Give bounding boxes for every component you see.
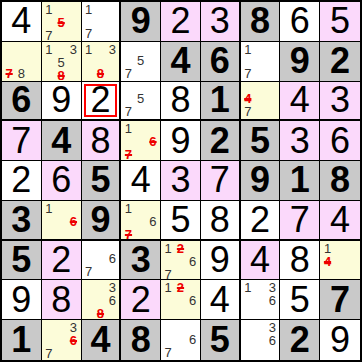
candidate: 1 xyxy=(43,3,55,16)
cell-r3c9[interactable]: 3 xyxy=(320,82,360,122)
solved-digit: 5 xyxy=(170,202,190,238)
cell-r3c4[interactable]: 57 xyxy=(121,82,161,122)
cell-r3c6[interactable]: 1 xyxy=(201,82,241,122)
cell-r3c3[interactable]: 2 xyxy=(82,82,122,122)
solved-digit: 9 xyxy=(51,82,71,118)
cell-r1c1[interactable]: 4 xyxy=(2,2,42,42)
cell-r8c2[interactable]: 8 xyxy=(42,280,82,320)
cell-r2c8[interactable]: 9 xyxy=(280,42,320,82)
solved-digit: 6 xyxy=(51,162,71,198)
eliminated-candidate: 7 xyxy=(122,148,134,161)
given-digit: 1 xyxy=(11,322,31,358)
cell-r1c2[interactable]: 175 xyxy=(42,2,82,42)
cell-r9c6[interactable]: 5 xyxy=(201,320,241,360)
cell-r4c4[interactable]: 167 xyxy=(121,121,161,161)
solved-digit: 5 xyxy=(330,3,350,39)
candidate: 7 xyxy=(43,347,55,360)
cell-r6c1[interactable]: 3 xyxy=(2,201,42,241)
cell-r2c4[interactable]: 57 xyxy=(121,42,161,82)
cell-r5c6[interactable]: 7 xyxy=(201,161,241,201)
given-digit: 8 xyxy=(330,162,350,198)
solved-digit: 6 xyxy=(290,3,310,39)
candidate: 7 xyxy=(162,268,174,281)
cell-r5c8[interactable]: 1 xyxy=(280,161,320,201)
given-digit: 2 xyxy=(290,322,310,358)
eliminated-candidate: 5 xyxy=(55,16,67,29)
solved-digit: 8 xyxy=(170,82,190,118)
cell-r9c1[interactable]: 1 xyxy=(2,320,42,360)
given-digit: 6 xyxy=(11,82,31,118)
cell-r9c4[interactable]: 8 xyxy=(121,320,161,360)
candidate: 5 xyxy=(135,92,147,105)
cell-r7c1[interactable]: 5 xyxy=(2,241,42,281)
eliminated-candidate: 8 xyxy=(94,307,106,320)
cell-r4c7[interactable]: 5 xyxy=(241,121,281,161)
cell-r2c3[interactable]: 138 xyxy=(82,42,122,82)
candidate: 1 xyxy=(321,242,334,255)
cell-r7c2[interactable]: 2 xyxy=(42,241,82,281)
solved-digit: 3 xyxy=(170,162,190,198)
pencil-marks: 175 xyxy=(43,3,80,40)
candidate: 1 xyxy=(83,3,95,16)
pencil-marks: 67 xyxy=(83,242,119,279)
cell-r2c5[interactable]: 4 xyxy=(161,42,201,82)
cell-r1c4[interactable]: 9 xyxy=(121,2,161,42)
cell-r7c5[interactable]: 1672 xyxy=(161,241,201,281)
cell-r1c9[interactable]: 5 xyxy=(320,2,360,42)
solved-digit: 5 xyxy=(290,282,310,318)
cell-r9c9[interactable]: 9 xyxy=(320,320,360,360)
cell-r3c1[interactable]: 6 xyxy=(2,82,42,122)
solved-digit: 9 xyxy=(330,322,350,358)
cell-r8c3[interactable]: 368 xyxy=(82,280,122,320)
solved-digit: 8 xyxy=(51,282,71,318)
given-digit: 8 xyxy=(131,322,151,358)
candidate: 3 xyxy=(67,43,79,56)
candidate: 6 xyxy=(266,294,278,307)
cell-r5c4[interactable]: 4 xyxy=(121,161,161,201)
eliminated-candidate: 4 xyxy=(321,255,334,268)
solved-digit: 9 xyxy=(170,123,190,159)
candidate: 7 xyxy=(122,67,134,80)
solved-digit: 4 xyxy=(250,242,270,278)
solved-digit: 8 xyxy=(90,123,110,159)
cell-r4c5[interactable]: 9 xyxy=(161,121,201,161)
cell-r8c8[interactable]: 5 xyxy=(280,280,320,320)
cell-r8c7[interactable]: 136 xyxy=(241,280,281,320)
pencil-marks: 1672 xyxy=(162,242,199,279)
cell-r2c9[interactable]: 2 xyxy=(320,42,360,82)
cell-r7c8[interactable]: 8 xyxy=(280,241,320,281)
candidate: 6 xyxy=(147,215,159,228)
eliminated-candidate: 2 xyxy=(174,242,186,255)
candidate: 3 xyxy=(266,281,278,294)
cell-r2c2[interactable]: 1358 xyxy=(42,42,82,82)
candidate: 3 xyxy=(106,43,118,56)
candidate: 6 xyxy=(187,255,199,268)
candidate: 7 xyxy=(83,265,95,278)
pencil-marks: 74 xyxy=(242,83,279,119)
cell-r1c5[interactable]: 2 xyxy=(161,2,201,42)
given-digit: 9 xyxy=(290,43,310,79)
cell-r6c8[interactable]: 7 xyxy=(280,201,320,241)
cell-r6c3[interactable]: 9 xyxy=(82,201,122,241)
given-digit: 9 xyxy=(90,202,110,238)
solved-digit: 7 xyxy=(290,202,310,238)
eliminated-candidate: 4 xyxy=(242,92,254,105)
candidate: 1 xyxy=(122,202,134,215)
cell-r9c2[interactable]: 376 xyxy=(42,320,82,360)
solved-digit: 2 xyxy=(250,202,270,238)
given-digit: 5 xyxy=(90,162,110,198)
candidate: 6 xyxy=(187,333,199,346)
candidate: 6 xyxy=(266,334,278,347)
solved-digit: 8 xyxy=(210,202,230,238)
candidate: 6 xyxy=(106,252,118,265)
candidate: 8 xyxy=(15,67,27,80)
eliminated-candidate: 7 xyxy=(122,228,134,241)
solved-digit: 3 xyxy=(330,82,350,118)
candidate: 7 xyxy=(242,67,254,80)
candidate: 7 xyxy=(242,105,254,118)
pencil-marks: 167 xyxy=(122,122,159,159)
cell-r5c1[interactable]: 2 xyxy=(2,161,42,201)
cell-r7c4[interactable]: 3 xyxy=(121,241,161,281)
solved-digit: 4 xyxy=(330,202,350,238)
given-digit: 8 xyxy=(250,3,270,39)
candidate: 7 xyxy=(162,346,174,359)
cell-r4c2[interactable]: 4 xyxy=(42,121,82,161)
given-digit: 3 xyxy=(11,202,31,238)
cell-r4c6[interactable]: 2 xyxy=(201,121,241,161)
candidate: 3 xyxy=(266,321,278,334)
given-digit: 4 xyxy=(51,123,71,159)
pencil-marks: 17 xyxy=(242,43,279,80)
cell-r8c1[interactable]: 9 xyxy=(2,280,42,320)
given-digit: 5 xyxy=(210,322,230,358)
solved-digit: 2 xyxy=(90,82,110,118)
candidate: 1 xyxy=(43,43,55,56)
pencil-marks: 138 xyxy=(83,43,119,80)
solved-digit: 3 xyxy=(290,123,310,159)
pencil-marks: 16 xyxy=(43,202,80,238)
solved-digit: 7 xyxy=(11,123,31,159)
pencil-marks: 67 xyxy=(162,321,199,359)
given-digit: 1 xyxy=(210,82,230,118)
candidate: 7 xyxy=(83,27,95,40)
given-digit: 4 xyxy=(170,43,190,79)
pencil-marks: 167 xyxy=(122,202,159,238)
cell-r3c5[interactable]: 8 xyxy=(161,82,201,122)
solved-digit: 4 xyxy=(290,82,310,118)
cell-r6c2[interactable]: 16 xyxy=(42,201,82,241)
cell-r4c1[interactable]: 7 xyxy=(2,121,42,161)
cell-r7c6[interactable]: 9 xyxy=(201,241,241,281)
pencil-marks: 1358 xyxy=(43,43,80,80)
eliminated-candidate: 6 xyxy=(147,135,159,148)
cell-r9c5[interactable]: 67 xyxy=(161,320,201,360)
eliminated-candidate: 6 xyxy=(67,215,79,228)
candidate: 1 xyxy=(43,202,55,215)
solved-digit: 9 xyxy=(210,242,230,278)
cell-r1c6[interactable]: 3 xyxy=(201,2,241,42)
solved-digit: 2 xyxy=(170,3,190,39)
solved-digit: 2 xyxy=(11,162,31,198)
candidate: 1 xyxy=(83,43,95,56)
candidate: 7 xyxy=(122,105,134,118)
cell-r5c7[interactable]: 9 xyxy=(241,161,281,201)
cell-r3c7[interactable]: 74 xyxy=(241,82,281,122)
cell-r7c9[interactable]: 14 xyxy=(320,241,360,281)
given-digit: 7 xyxy=(330,282,350,318)
pencil-marks: 57 xyxy=(122,83,159,119)
candidate: 6 xyxy=(106,294,118,307)
candidate: 1 xyxy=(242,281,254,294)
candidate: 5 xyxy=(55,56,67,69)
solved-digit: 3 xyxy=(210,3,230,39)
candidate: 1 xyxy=(162,281,174,294)
candidate: 1 xyxy=(162,242,174,255)
solved-digit: 4 xyxy=(11,3,31,39)
cell-r2c1[interactable]: 87 xyxy=(2,42,42,82)
given-digit: 3 xyxy=(131,242,151,278)
cell-r5c9[interactable]: 8 xyxy=(320,161,360,201)
cell-r1c8[interactable]: 6 xyxy=(280,2,320,42)
sudoku-board: 4175179238658713581385746179269257817443… xyxy=(0,0,362,362)
cell-r4c8[interactable]: 3 xyxy=(280,121,320,161)
solved-digit: 2 xyxy=(131,282,151,318)
candidate: 1 xyxy=(122,122,134,135)
cell-r8c6[interactable]: 4 xyxy=(201,280,241,320)
given-digit: 9 xyxy=(250,162,270,198)
pencil-marks: 376 xyxy=(43,321,80,359)
given-digit: 2 xyxy=(210,123,230,159)
cell-r9c8[interactable]: 2 xyxy=(280,320,320,360)
solved-digit: 6 xyxy=(330,123,350,159)
cell-r6c9[interactable]: 4 xyxy=(320,201,360,241)
cell-r8c4[interactable]: 2 xyxy=(121,280,161,320)
cell-r9c3[interactable]: 4 xyxy=(82,320,122,360)
cell-r6c5[interactable]: 5 xyxy=(161,201,201,241)
given-digit: 2 xyxy=(330,43,350,79)
pencil-marks: 14 xyxy=(321,242,359,279)
cell-r5c5[interactable]: 3 xyxy=(161,161,201,201)
cell-r6c7[interactable]: 2 xyxy=(241,201,281,241)
cell-r8c9[interactable]: 7 xyxy=(320,280,360,320)
cell-r5c2[interactable]: 6 xyxy=(42,161,82,201)
solved-digit: 7 xyxy=(210,162,230,198)
cell-r7c3[interactable]: 67 xyxy=(82,241,122,281)
given-digit: 5 xyxy=(250,123,270,159)
cell-r2c6[interactable]: 6 xyxy=(201,42,241,82)
cell-r9c7[interactable]: 36 xyxy=(241,320,281,360)
eliminated-candidate: 7 xyxy=(3,67,15,80)
candidate: 3 xyxy=(106,281,118,294)
solved-digit: 9 xyxy=(11,282,31,318)
cell-r8c5[interactable]: 162 xyxy=(161,280,201,320)
cell-r3c8[interactable]: 4 xyxy=(280,82,320,122)
solved-digit: 4 xyxy=(210,282,230,318)
pencil-marks: 17 xyxy=(83,3,119,40)
eliminated-candidate: 8 xyxy=(94,67,106,80)
pencil-marks: 136 xyxy=(242,281,279,318)
pencil-marks: 57 xyxy=(122,43,159,80)
cell-r5c3[interactable]: 5 xyxy=(82,161,122,201)
pencil-marks: 87 xyxy=(3,43,40,80)
candidate: 5 xyxy=(135,54,147,67)
eliminated-candidate: 8 xyxy=(55,69,67,82)
candidate: 6 xyxy=(187,294,199,307)
candidate: 7 xyxy=(43,29,55,42)
cell-r6c6[interactable]: 8 xyxy=(201,201,241,241)
cell-r4c3[interactable]: 8 xyxy=(82,121,122,161)
cell-r2c7[interactable]: 17 xyxy=(241,42,281,82)
pencil-marks: 162 xyxy=(162,281,199,318)
given-digit: 4 xyxy=(90,322,110,358)
pencil-marks: 36 xyxy=(242,321,279,359)
cell-r4c9[interactable]: 6 xyxy=(320,121,360,161)
solved-digit: 2 xyxy=(51,242,71,278)
given-digit: 5 xyxy=(11,242,31,278)
cell-r6c4[interactable]: 167 xyxy=(121,201,161,241)
cell-r3c2[interactable]: 9 xyxy=(42,82,82,122)
given-digit: 6 xyxy=(210,43,230,79)
cell-r1c7[interactable]: 8 xyxy=(241,2,281,42)
cell-r7c7[interactable]: 4 xyxy=(241,241,281,281)
solved-digit: 8 xyxy=(290,242,310,278)
pencil-marks: 368 xyxy=(83,281,119,318)
eliminated-candidate: 2 xyxy=(174,281,186,294)
candidate: 3 xyxy=(67,321,79,334)
solved-digit: 4 xyxy=(131,162,151,198)
given-digit: 1 xyxy=(290,162,310,198)
given-digit: 9 xyxy=(131,3,151,39)
eliminated-candidate: 6 xyxy=(67,334,79,347)
candidate: 1 xyxy=(242,43,254,56)
cell-r1c3[interactable]: 17 xyxy=(82,2,122,42)
